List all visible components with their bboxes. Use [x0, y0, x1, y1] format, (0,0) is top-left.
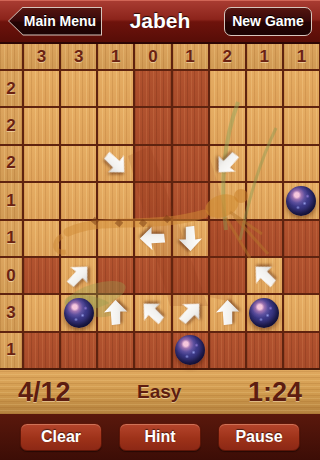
cell-r1c7[interactable]	[247, 71, 282, 106]
cell-r8c6[interactable]	[210, 333, 245, 368]
cell-r2c5[interactable]	[173, 108, 208, 143]
row-clue-7: 3	[0, 295, 22, 330]
col-clue-7: 1	[247, 44, 282, 69]
cell-r2c3[interactable]	[98, 108, 133, 143]
cell-r5c5[interactable]	[173, 221, 208, 256]
cell-r6c3[interactable]	[98, 258, 133, 293]
cell-r4c6[interactable]	[210, 183, 245, 218]
cell-r4c4[interactable]	[135, 183, 170, 218]
cell-r5c2[interactable]	[61, 221, 96, 256]
cell-r4c1[interactable]	[24, 183, 59, 218]
col-clue-1: 3	[24, 44, 59, 69]
cell-r5c1[interactable]	[24, 221, 59, 256]
row-clue-6: 0	[0, 258, 22, 293]
cell-r4c2[interactable]	[61, 183, 96, 218]
cell-r4c3[interactable]	[98, 183, 133, 218]
col-clue-6: 2	[210, 44, 245, 69]
cell-r7c6[interactable]	[210, 295, 245, 330]
arrow-w-icon	[137, 223, 168, 254]
cell-r7c4[interactable]	[135, 295, 170, 330]
cell-r5c7[interactable]	[247, 221, 282, 256]
cell-r1c4[interactable]	[135, 71, 170, 106]
difficulty-label: Easy	[137, 381, 181, 403]
cell-r1c5[interactable]	[173, 71, 208, 106]
arrow-sw-icon	[205, 142, 249, 186]
cell-r1c2[interactable]	[61, 71, 96, 106]
clue-corner	[0, 44, 22, 69]
cell-r6c5[interactable]	[173, 258, 208, 293]
cell-r6c7[interactable]	[247, 258, 282, 293]
jabeh-app: Main Menu Jabeh New Game 331012112221103…	[0, 0, 320, 460]
cell-r5c4[interactable]	[135, 221, 170, 256]
cell-r7c5[interactable]	[173, 295, 208, 330]
row-clue-4: 1	[0, 183, 22, 218]
new-game-label: New Game	[232, 13, 304, 29]
arrow-s-icon	[175, 223, 206, 254]
cell-r3c8[interactable]	[284, 146, 319, 181]
col-clue-8: 1	[284, 44, 319, 69]
pause-button[interactable]: Pause	[218, 423, 300, 451]
row-clue-2: 2	[0, 108, 22, 143]
hint-button[interactable]: Hint	[119, 423, 201, 451]
back-button-border: Main Menu	[8, 7, 102, 36]
cell-r8c7[interactable]	[247, 333, 282, 368]
ball-icon	[64, 298, 94, 328]
ball-icon	[286, 186, 316, 216]
timer: 1:24	[248, 377, 302, 408]
cell-r1c8[interactable]	[284, 71, 319, 106]
cell-r6c4[interactable]	[135, 258, 170, 293]
col-clue-3: 1	[98, 44, 133, 69]
clear-button[interactable]: Clear	[20, 423, 102, 451]
cell-r8c1[interactable]	[24, 333, 59, 368]
progress-count: 4/12	[18, 377, 71, 408]
cell-r3c3[interactable]	[98, 146, 133, 181]
cell-r2c2[interactable]	[61, 108, 96, 143]
arrow-n-icon	[100, 297, 131, 328]
cell-r1c6[interactable]	[210, 71, 245, 106]
cell-r3c1[interactable]	[24, 146, 59, 181]
cell-r7c8[interactable]	[284, 295, 319, 330]
ball-icon	[175, 335, 205, 365]
cell-r6c2[interactable]	[61, 258, 96, 293]
arrow-ne-icon	[168, 291, 212, 335]
cell-r1c3[interactable]	[98, 71, 133, 106]
row-clue-8: 1	[0, 333, 22, 368]
cell-r4c8[interactable]	[284, 183, 319, 218]
cell-r6c6[interactable]	[210, 258, 245, 293]
cell-r2c1[interactable]	[24, 108, 59, 143]
arrow-se-icon	[94, 142, 138, 186]
arrow-ne-icon	[57, 254, 101, 298]
arrow-nw-icon	[242, 254, 286, 298]
puzzle-board: 3310121122211031	[0, 44, 320, 368]
cell-r2c4[interactable]	[135, 108, 170, 143]
status-bar: 4/12 Easy 1:24	[0, 368, 320, 414]
cell-r8c4[interactable]	[135, 333, 170, 368]
cell-r7c2[interactable]	[61, 295, 96, 330]
cell-r3c7[interactable]	[247, 146, 282, 181]
cell-r4c5[interactable]	[173, 183, 208, 218]
cell-r5c6[interactable]	[210, 221, 245, 256]
cell-r8c5[interactable]	[173, 333, 208, 368]
cell-r8c2[interactable]	[61, 333, 96, 368]
ball-icon	[249, 298, 279, 328]
cell-r5c3[interactable]	[98, 221, 133, 256]
cell-r3c2[interactable]	[61, 146, 96, 181]
cell-r2c7[interactable]	[247, 108, 282, 143]
cell-r3c5[interactable]	[173, 146, 208, 181]
cell-r4c7[interactable]	[247, 183, 282, 218]
cell-r5c8[interactable]	[284, 221, 319, 256]
cell-r6c1[interactable]	[24, 258, 59, 293]
cell-r2c6[interactable]	[210, 108, 245, 143]
cell-r6c8[interactable]	[284, 258, 319, 293]
cell-r3c4[interactable]	[135, 146, 170, 181]
cell-r2c8[interactable]	[284, 108, 319, 143]
cell-r7c3[interactable]	[98, 295, 133, 330]
cell-r3c6[interactable]	[210, 146, 245, 181]
nav-bar: Main Menu Jabeh New Game	[0, 0, 320, 44]
cell-r8c8[interactable]	[284, 333, 319, 368]
cell-r7c7[interactable]	[247, 295, 282, 330]
row-clue-5: 1	[0, 221, 22, 256]
main-menu-label: Main Menu	[24, 13, 96, 29]
cell-r1c1[interactable]	[24, 71, 59, 106]
new-game-button[interactable]: New Game	[224, 7, 312, 36]
col-clue-4: 0	[135, 44, 170, 69]
toolbar: Clear Hint Pause	[0, 414, 320, 460]
cell-r7c1[interactable]	[24, 295, 59, 330]
col-clue-5: 1	[173, 44, 208, 69]
row-clue-3: 2	[0, 146, 22, 181]
main-menu-button[interactable]: Main Menu	[8, 7, 102, 36]
cell-r8c3[interactable]	[98, 333, 133, 368]
col-clue-2: 3	[61, 44, 96, 69]
row-clue-1: 2	[0, 71, 22, 106]
arrow-n-icon	[212, 297, 243, 328]
